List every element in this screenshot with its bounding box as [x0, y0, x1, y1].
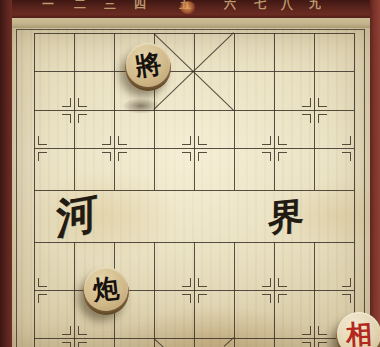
- point-marker: [118, 136, 127, 145]
- point-marker: [38, 136, 47, 145]
- file-line: [234, 33, 235, 190]
- point-marker: [278, 136, 287, 145]
- file-line: [354, 33, 355, 347]
- frame-file-label: 五: [179, 0, 191, 13]
- point-marker: [78, 98, 87, 107]
- point-marker: [342, 294, 351, 303]
- frame-file-label: 四: [134, 0, 146, 13]
- point-marker: [78, 114, 87, 123]
- point-marker: [198, 278, 207, 287]
- point-marker: [38, 278, 47, 287]
- point-marker: [278, 278, 287, 287]
- file-line: [154, 242, 155, 347]
- river-text-right: 界: [268, 191, 305, 243]
- point-marker: [318, 114, 327, 123]
- point-marker: [262, 152, 271, 161]
- point-marker: [262, 136, 271, 145]
- point-marker: [318, 342, 327, 347]
- point-marker: [78, 326, 87, 335]
- point-marker: [78, 342, 87, 347]
- point-marker: [102, 136, 111, 145]
- point-marker: [342, 136, 351, 145]
- frame-file-label: 七: [254, 0, 266, 13]
- point-marker: [102, 152, 111, 161]
- piece-character: 相: [345, 320, 372, 347]
- frame-file-label: 二: [74, 0, 86, 13]
- point-marker: [182, 278, 191, 287]
- point-marker: [38, 152, 47, 161]
- frame-file-label: 九: [309, 0, 321, 13]
- file-line: [114, 33, 115, 190]
- file-line: [194, 242, 195, 347]
- piece-face: 將: [126, 43, 170, 87]
- frame-file-label: 一: [42, 0, 54, 13]
- point-marker: [302, 342, 311, 347]
- frame-file-label: 三: [104, 0, 116, 13]
- piece-face: 相: [337, 312, 380, 347]
- point-marker: [342, 152, 351, 161]
- file-line: [34, 33, 35, 347]
- point-marker: [278, 294, 287, 303]
- point-marker: [318, 326, 327, 335]
- point-marker: [62, 342, 71, 347]
- point-marker: [302, 326, 311, 335]
- piece-face: 炮: [84, 267, 128, 311]
- file-line: [234, 242, 235, 347]
- frame-top-bevel: [12, 18, 370, 28]
- frame-left: [0, 0, 12, 347]
- point-marker: [38, 294, 47, 303]
- file-line: [274, 33, 275, 190]
- point-marker: [182, 294, 191, 303]
- point-marker: [262, 278, 271, 287]
- frame-file-label: 六: [224, 0, 236, 13]
- point-marker: [62, 326, 71, 335]
- piece-black-cannon[interactable]: 炮: [83, 269, 129, 315]
- file-line: [314, 242, 315, 347]
- point-marker: [118, 152, 127, 161]
- frame-right: [370, 0, 380, 347]
- point-marker: [198, 136, 207, 145]
- piece-character: 炮: [92, 275, 121, 304]
- point-marker: [198, 152, 207, 161]
- file-line: [194, 33, 195, 190]
- point-marker: [62, 98, 71, 107]
- piece-red-elephant[interactable]: 相: [336, 314, 380, 347]
- file-line: [314, 33, 315, 190]
- piece-character: 將: [133, 50, 162, 79]
- point-marker: [182, 136, 191, 145]
- file-line: [74, 242, 75, 347]
- piece-black-general[interactable]: 將: [125, 45, 171, 91]
- file-line: [74, 33, 75, 190]
- point-marker: [278, 152, 287, 161]
- point-marker: [318, 98, 327, 107]
- file-line: [274, 242, 275, 347]
- point-marker: [198, 294, 207, 303]
- point-marker: [302, 98, 311, 107]
- river-text-left: 河: [56, 184, 97, 248]
- point-marker: [182, 152, 191, 161]
- xiangqi-board-photo: 河 界 一二三四五六七八九 將 炮 相: [0, 0, 380, 347]
- point-marker: [62, 114, 71, 123]
- point-marker: [302, 114, 311, 123]
- frame-file-label: 八: [281, 0, 293, 13]
- point-marker: [342, 278, 351, 287]
- frame-file-labels: 一二三四五六七八九: [0, 0, 380, 16]
- point-marker: [262, 294, 271, 303]
